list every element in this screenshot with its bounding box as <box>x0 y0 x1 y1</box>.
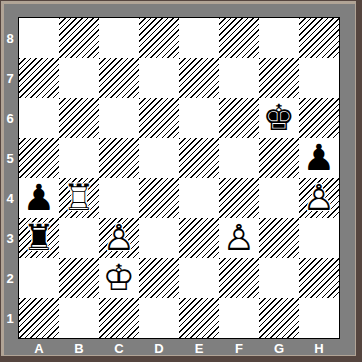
square-f3[interactable]: ♟♙ <box>219 218 259 258</box>
square-e2[interactable] <box>179 258 219 298</box>
square-g8[interactable] <box>259 18 299 58</box>
square-b1[interactable] <box>59 298 99 338</box>
square-g5[interactable] <box>259 138 299 178</box>
square-g2[interactable] <box>259 258 299 298</box>
square-g1[interactable] <box>259 298 299 338</box>
piece-white-rook[interactable]: ♜♖ <box>59 178 99 218</box>
piece-over-glyph: ♙ <box>99 218 139 258</box>
square-a4[interactable]: ♟♟ <box>19 178 59 218</box>
piece-over-glyph: ♚ <box>259 98 299 138</box>
square-c5[interactable] <box>99 138 139 178</box>
square-g3[interactable] <box>259 218 299 258</box>
piece-over-glyph: ♟ <box>299 138 339 178</box>
square-f6[interactable] <box>219 98 259 138</box>
piece-over-glyph: ♜ <box>19 218 59 258</box>
square-d7[interactable] <box>139 58 179 98</box>
square-a6[interactable] <box>19 98 59 138</box>
square-d2[interactable] <box>139 258 179 298</box>
chess-board: ♚♚♟♟♟♟♜♖♟♙♜♜♟♙♟♙♚♔ <box>18 17 340 339</box>
square-c4[interactable] <box>99 178 139 218</box>
square-f1[interactable] <box>219 298 259 338</box>
square-f5[interactable] <box>219 138 259 178</box>
file-label-g: G <box>259 341 299 355</box>
square-g7[interactable] <box>259 58 299 98</box>
square-d4[interactable] <box>139 178 179 218</box>
square-a3[interactable]: ♜♜ <box>19 218 59 258</box>
square-b7[interactable] <box>59 58 99 98</box>
rank-label-8: 8 <box>3 18 17 58</box>
square-c6[interactable] <box>99 98 139 138</box>
square-c3[interactable]: ♟♙ <box>99 218 139 258</box>
piece-black-pawn[interactable]: ♟♟ <box>19 178 59 218</box>
square-b6[interactable] <box>59 98 99 138</box>
square-e4[interactable] <box>179 178 219 218</box>
piece-over-glyph: ♙ <box>299 178 339 218</box>
piece-white-king[interactable]: ♚♔ <box>99 258 139 298</box>
piece-black-king[interactable]: ♚♚ <box>259 98 299 138</box>
square-f8[interactable] <box>219 18 259 58</box>
square-e7[interactable] <box>179 58 219 98</box>
rank-label-7: 7 <box>3 58 17 98</box>
square-g6[interactable]: ♚♚ <box>259 98 299 138</box>
piece-white-pawn[interactable]: ♟♙ <box>99 218 139 258</box>
file-label-d: D <box>139 341 179 355</box>
piece-over-glyph: ♟ <box>19 178 59 218</box>
square-f4[interactable] <box>219 178 259 218</box>
square-c8[interactable] <box>99 18 139 58</box>
file-label-h: H <box>299 341 339 355</box>
rank-label-2: 2 <box>3 258 17 298</box>
file-label-f: F <box>219 341 259 355</box>
square-d1[interactable] <box>139 298 179 338</box>
square-b5[interactable] <box>59 138 99 178</box>
square-e1[interactable] <box>179 298 219 338</box>
square-b4[interactable]: ♜♖ <box>59 178 99 218</box>
piece-over-glyph: ♔ <box>99 258 139 298</box>
square-c7[interactable] <box>99 58 139 98</box>
piece-white-pawn[interactable]: ♟♙ <box>219 218 259 258</box>
square-c1[interactable] <box>99 298 139 338</box>
square-e8[interactable] <box>179 18 219 58</box>
square-e3[interactable] <box>179 218 219 258</box>
file-label-c: C <box>99 341 139 355</box>
square-h7[interactable] <box>299 58 339 98</box>
square-h1[interactable] <box>299 298 339 338</box>
rank-label-6: 6 <box>3 98 17 138</box>
square-a7[interactable] <box>19 58 59 98</box>
piece-black-rook[interactable]: ♜♜ <box>19 218 59 258</box>
square-c2[interactable]: ♚♔ <box>99 258 139 298</box>
piece-white-pawn[interactable]: ♟♙ <box>299 178 339 218</box>
square-h6[interactable] <box>299 98 339 138</box>
square-d3[interactable] <box>139 218 179 258</box>
square-g4[interactable] <box>259 178 299 218</box>
square-b3[interactable] <box>59 218 99 258</box>
rank-label-1: 1 <box>3 298 17 338</box>
square-h5[interactable]: ♟♟ <box>299 138 339 178</box>
square-b8[interactable] <box>59 18 99 58</box>
square-d8[interactable] <box>139 18 179 58</box>
rank-label-3: 3 <box>3 218 17 258</box>
square-h4[interactable]: ♟♙ <box>299 178 339 218</box>
square-e6[interactable] <box>179 98 219 138</box>
square-h8[interactable] <box>299 18 339 58</box>
square-f7[interactable] <box>219 58 259 98</box>
square-a5[interactable] <box>19 138 59 178</box>
rank-label-4: 4 <box>3 178 17 218</box>
file-label-a: A <box>19 341 59 355</box>
square-a2[interactable] <box>19 258 59 298</box>
piece-over-glyph: ♖ <box>59 178 99 218</box>
chess-diagram: ♚♚♟♟♟♟♜♖♟♙♜♜♟♙♟♙♚♔ 87654321 ABCDEFGH <box>0 0 362 362</box>
square-a8[interactable] <box>19 18 59 58</box>
square-b2[interactable] <box>59 258 99 298</box>
rank-label-5: 5 <box>3 138 17 178</box>
piece-black-pawn[interactable]: ♟♟ <box>299 138 339 178</box>
piece-over-glyph: ♙ <box>219 218 259 258</box>
square-h3[interactable] <box>299 218 339 258</box>
square-f2[interactable] <box>219 258 259 298</box>
square-e5[interactable] <box>179 138 219 178</box>
square-a1[interactable] <box>19 298 59 338</box>
file-label-e: E <box>179 341 219 355</box>
square-d6[interactable] <box>139 98 179 138</box>
file-label-b: B <box>59 341 99 355</box>
square-d5[interactable] <box>139 138 179 178</box>
square-h2[interactable] <box>299 258 339 298</box>
